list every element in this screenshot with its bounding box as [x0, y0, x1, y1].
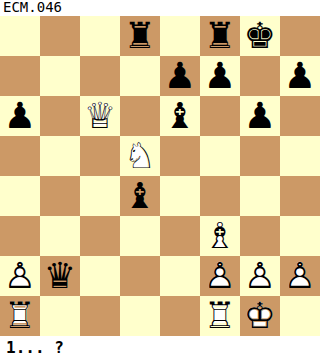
square-g6[interactable]: ♟	[240, 96, 280, 136]
square-d7[interactable]	[120, 56, 160, 96]
square-c1[interactable]	[80, 296, 120, 336]
square-d2[interactable]	[120, 256, 160, 296]
piece-white-knight: ♞♘	[120, 136, 160, 176]
piece-outline-layer: ♖	[200, 296, 240, 336]
square-a3[interactable]	[0, 216, 40, 256]
chess-board: ♜♜♚♟♟♟♟♛♕♝♟♞♘♝♝♗♟♙♛♟♙♟♙♟♙♜♖♜♖♚♔	[0, 16, 320, 336]
square-e4[interactable]	[160, 176, 200, 216]
square-a4[interactable]	[0, 176, 40, 216]
square-e7[interactable]: ♟	[160, 56, 200, 96]
square-a5[interactable]	[0, 136, 40, 176]
square-e6[interactable]: ♝	[160, 96, 200, 136]
square-c2[interactable]	[80, 256, 120, 296]
piece-black-king: ♚	[240, 16, 280, 56]
piece-black-pawn: ♟	[0, 96, 40, 136]
square-e3[interactable]	[160, 216, 200, 256]
square-f6[interactable]	[200, 96, 240, 136]
piece-outline-layer: ♙	[280, 256, 320, 296]
square-h6[interactable]	[280, 96, 320, 136]
piece-white-pawn: ♟♙	[200, 256, 240, 296]
square-g7[interactable]	[240, 56, 280, 96]
square-b1[interactable]	[40, 296, 80, 336]
square-c8[interactable]	[80, 16, 120, 56]
square-c3[interactable]	[80, 216, 120, 256]
square-e1[interactable]	[160, 296, 200, 336]
piece-black-queen: ♛	[40, 256, 80, 296]
move-prompt: 1... ?	[0, 336, 320, 360]
square-f7[interactable]: ♟	[200, 56, 240, 96]
square-a8[interactable]	[0, 16, 40, 56]
piece-white-rook: ♜♖	[0, 296, 40, 336]
square-b3[interactable]	[40, 216, 80, 256]
piece-black-bishop: ♝	[160, 96, 200, 136]
piece-black-pawn: ♟	[160, 56, 200, 96]
piece-white-pawn: ♟♙	[0, 256, 40, 296]
piece-white-king: ♚♔	[240, 296, 280, 336]
square-b6[interactable]	[40, 96, 80, 136]
piece-outline-layer: ♗	[200, 216, 240, 256]
square-c4[interactable]	[80, 176, 120, 216]
square-f3[interactable]: ♝♗	[200, 216, 240, 256]
square-a1[interactable]: ♜♖	[0, 296, 40, 336]
square-b2[interactable]: ♛	[40, 256, 80, 296]
square-f5[interactable]	[200, 136, 240, 176]
square-b8[interactable]	[40, 16, 80, 56]
square-h8[interactable]	[280, 16, 320, 56]
square-f1[interactable]: ♜♖	[200, 296, 240, 336]
piece-black-pawn: ♟	[200, 56, 240, 96]
piece-outline-layer: ♙	[0, 256, 40, 296]
square-g1[interactable]: ♚♔	[240, 296, 280, 336]
square-a2[interactable]: ♟♙	[0, 256, 40, 296]
piece-black-pawn: ♟	[280, 56, 320, 96]
piece-outline-layer: ♘	[120, 136, 160, 176]
piece-white-pawn: ♟♙	[280, 256, 320, 296]
square-h3[interactable]	[280, 216, 320, 256]
piece-outline-layer: ♙	[200, 256, 240, 296]
square-c5[interactable]	[80, 136, 120, 176]
square-d5[interactable]: ♞♘	[120, 136, 160, 176]
piece-black-bishop: ♝	[120, 176, 160, 216]
square-b4[interactable]	[40, 176, 80, 216]
square-b5[interactable]	[40, 136, 80, 176]
square-d8[interactable]: ♜	[120, 16, 160, 56]
square-a7[interactable]	[0, 56, 40, 96]
piece-white-queen: ♛♕	[80, 96, 120, 136]
square-e5[interactable]	[160, 136, 200, 176]
square-h5[interactable]	[280, 136, 320, 176]
piece-black-rook: ♜	[200, 16, 240, 56]
square-e2[interactable]	[160, 256, 200, 296]
piece-outline-layer: ♔	[240, 296, 280, 336]
square-c7[interactable]	[80, 56, 120, 96]
piece-black-rook: ♜	[120, 16, 160, 56]
square-g4[interactable]	[240, 176, 280, 216]
square-f4[interactable]	[200, 176, 240, 216]
square-g3[interactable]	[240, 216, 280, 256]
square-d3[interactable]	[120, 216, 160, 256]
square-h7[interactable]: ♟	[280, 56, 320, 96]
piece-outline-layer: ♖	[0, 296, 40, 336]
piece-black-pawn: ♟	[240, 96, 280, 136]
puzzle-title: ECM.046	[0, 0, 320, 16]
square-d4[interactable]: ♝	[120, 176, 160, 216]
square-a6[interactable]: ♟	[0, 96, 40, 136]
square-g8[interactable]: ♚	[240, 16, 280, 56]
piece-white-pawn: ♟♙	[240, 256, 280, 296]
piece-white-rook: ♜♖	[200, 296, 240, 336]
piece-outline-layer: ♙	[240, 256, 280, 296]
piece-outline-layer: ♕	[80, 96, 120, 136]
square-h4[interactable]	[280, 176, 320, 216]
square-d6[interactable]	[120, 96, 160, 136]
square-h1[interactable]	[280, 296, 320, 336]
square-b7[interactable]	[40, 56, 80, 96]
square-f8[interactable]: ♜	[200, 16, 240, 56]
square-e8[interactable]	[160, 16, 200, 56]
square-f2[interactable]: ♟♙	[200, 256, 240, 296]
square-c6[interactable]: ♛♕	[80, 96, 120, 136]
square-h2[interactable]: ♟♙	[280, 256, 320, 296]
square-g2[interactable]: ♟♙	[240, 256, 280, 296]
square-d1[interactable]	[120, 296, 160, 336]
square-g5[interactable]	[240, 136, 280, 176]
piece-white-bishop: ♝♗	[200, 216, 240, 256]
